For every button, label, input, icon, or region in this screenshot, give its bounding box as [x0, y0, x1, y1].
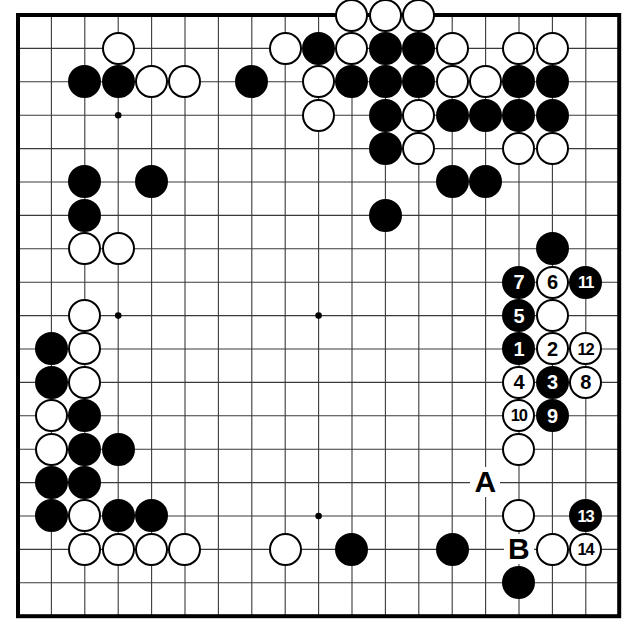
- black-stone: [68, 65, 101, 98]
- white-stone: [536, 32, 569, 65]
- black-stone: [335, 533, 368, 566]
- move-number: 6: [547, 272, 558, 292]
- point-label-B: B: [504, 534, 534, 564]
- black-stone: [335, 65, 368, 98]
- move-8-stone-white: 8: [569, 366, 602, 399]
- white-stone: [502, 433, 535, 466]
- white-stone: [502, 499, 535, 532]
- black-stone: [35, 466, 68, 499]
- white-stone: [335, 32, 368, 65]
- black-stone: [68, 466, 101, 499]
- black-stone: [102, 65, 135, 98]
- move-number: 1: [514, 338, 525, 358]
- black-stone: [536, 232, 569, 265]
- black-stone: [502, 99, 535, 132]
- move-number: 5: [514, 305, 525, 325]
- black-stone: [469, 99, 502, 132]
- black-stone: [536, 99, 569, 132]
- black-stone: [35, 499, 68, 532]
- move-1-stone-black: 1: [502, 332, 535, 365]
- white-stone: [436, 65, 469, 98]
- black-stone: [436, 533, 469, 566]
- black-stone: [369, 199, 402, 232]
- white-stone: [68, 232, 101, 265]
- move-5-stone-black: 5: [502, 299, 535, 332]
- white-stone: [35, 399, 68, 432]
- black-stone: [102, 433, 135, 466]
- white-stone: [68, 499, 101, 532]
- black-stone: [68, 165, 101, 198]
- white-stone: [68, 366, 101, 399]
- white-stone: [536, 132, 569, 165]
- move-13-stone-black: 13: [569, 499, 602, 532]
- white-stone: [402, 0, 435, 32]
- move-10-stone-white: 10: [502, 399, 535, 432]
- white-stone: [502, 32, 535, 65]
- black-stone: [369, 65, 402, 98]
- black-stone: [536, 65, 569, 98]
- move-number: 3: [547, 372, 558, 392]
- white-stone: [536, 299, 569, 332]
- white-stone: [168, 65, 201, 98]
- black-stone: [469, 165, 502, 198]
- black-stone: [135, 165, 168, 198]
- white-stone: [102, 533, 135, 566]
- black-stone: [302, 32, 335, 65]
- move-number: 10: [511, 407, 527, 424]
- move-6-stone-white: 6: [536, 266, 569, 299]
- black-stone: [235, 65, 268, 98]
- white-stone: [369, 0, 402, 32]
- white-stone: [135, 533, 168, 566]
- white-stone: [68, 533, 101, 566]
- move-number: 7: [514, 272, 525, 292]
- go-board: 7611512124381091314AB: [0, 0, 640, 640]
- black-stone: [68, 433, 101, 466]
- move-number: 9: [547, 405, 558, 425]
- black-stone: [35, 332, 68, 365]
- move-number: 8: [580, 372, 591, 392]
- black-stone: [436, 165, 469, 198]
- move-7-stone-black: 7: [502, 266, 535, 299]
- white-stone: [302, 99, 335, 132]
- move-number: 2: [547, 338, 558, 358]
- move-11-stone-black: 11: [569, 266, 602, 299]
- white-stone: [335, 0, 368, 32]
- white-stone: [269, 533, 302, 566]
- move-number: 12: [577, 340, 593, 357]
- black-stone: [102, 499, 135, 532]
- move-number: 4: [514, 372, 525, 392]
- white-stone: [269, 32, 302, 65]
- black-stone: [369, 132, 402, 165]
- black-stone: [502, 566, 535, 599]
- black-stone: [369, 99, 402, 132]
- white-stone: [402, 99, 435, 132]
- white-stone: [469, 65, 502, 98]
- white-stone: [402, 132, 435, 165]
- move-9-stone-black: 9: [536, 399, 569, 432]
- move-2-stone-white: 2: [536, 332, 569, 365]
- white-stone: [168, 533, 201, 566]
- move-number: 13: [577, 507, 593, 524]
- white-stone: [35, 433, 68, 466]
- point-label-A: A: [470, 467, 500, 497]
- black-stone: [68, 399, 101, 432]
- white-stone: [68, 299, 101, 332]
- white-stone: [68, 332, 101, 365]
- white-stone: [135, 65, 168, 98]
- move-number: 14: [577, 541, 593, 558]
- white-stone: [302, 65, 335, 98]
- black-stone: [402, 32, 435, 65]
- white-stone: [102, 232, 135, 265]
- black-stone: [436, 99, 469, 132]
- move-3-stone-black: 3: [536, 366, 569, 399]
- black-stone: [402, 65, 435, 98]
- black-stone: [135, 499, 168, 532]
- white-stone: [502, 132, 535, 165]
- black-stone: [369, 32, 402, 65]
- move-14-stone-white: 14: [569, 533, 602, 566]
- move-number: 11: [578, 273, 593, 290]
- move-12-stone-white: 12: [569, 332, 602, 365]
- white-stone: [102, 32, 135, 65]
- black-stone: [502, 65, 535, 98]
- move-4-stone-white: 4: [502, 366, 535, 399]
- white-stone: [436, 32, 469, 65]
- black-stone: [68, 199, 101, 232]
- stones-layer: 7611512124381091314AB: [1, 0, 636, 633]
- white-stone: [536, 533, 569, 566]
- black-stone: [35, 366, 68, 399]
